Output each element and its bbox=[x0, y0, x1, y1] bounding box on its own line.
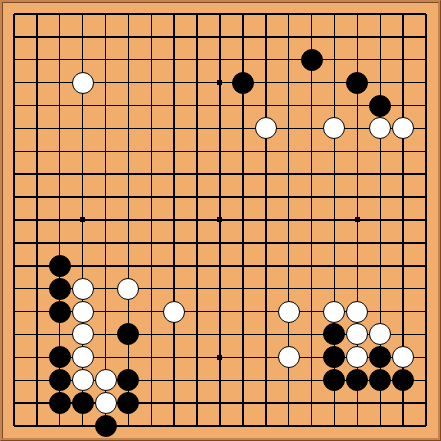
intersection-S8[interactable] bbox=[392, 254, 415, 277]
intersection-G4[interactable] bbox=[140, 346, 163, 369]
intersection-P11[interactable] bbox=[323, 186, 346, 209]
intersection-G5[interactable] bbox=[140, 323, 163, 346]
intersection-O19[interactable] bbox=[300, 3, 323, 26]
intersection-N6[interactable] bbox=[277, 300, 300, 323]
intersection-H6[interactable] bbox=[163, 300, 186, 323]
intersection-A8[interactable] bbox=[3, 254, 26, 277]
intersection-R12[interactable] bbox=[369, 163, 392, 186]
intersection-J7[interactable] bbox=[186, 277, 209, 300]
intersection-S5[interactable] bbox=[392, 323, 415, 346]
intersection-L13[interactable] bbox=[231, 140, 254, 163]
intersection-L11[interactable] bbox=[231, 186, 254, 209]
intersection-O12[interactable] bbox=[300, 163, 323, 186]
intersection-J1[interactable] bbox=[186, 415, 209, 438]
intersection-B12[interactable] bbox=[25, 163, 48, 186]
intersection-Q5[interactable] bbox=[346, 323, 369, 346]
intersection-H7[interactable] bbox=[163, 277, 186, 300]
intersection-A15[interactable] bbox=[3, 94, 26, 117]
intersection-L3[interactable] bbox=[231, 369, 254, 392]
intersection-R19[interactable] bbox=[369, 3, 392, 26]
intersection-E11[interactable] bbox=[94, 186, 117, 209]
intersection-H3[interactable] bbox=[163, 369, 186, 392]
intersection-T13[interactable] bbox=[415, 140, 438, 163]
intersection-A2[interactable] bbox=[3, 392, 26, 415]
intersection-D15[interactable] bbox=[71, 94, 94, 117]
intersection-A6[interactable] bbox=[3, 300, 26, 323]
intersection-D17[interactable] bbox=[71, 48, 94, 71]
intersection-G12[interactable] bbox=[140, 163, 163, 186]
intersection-S9[interactable] bbox=[392, 231, 415, 254]
intersection-E16[interactable] bbox=[94, 71, 117, 94]
intersection-F16[interactable] bbox=[117, 71, 140, 94]
intersection-R14[interactable] bbox=[369, 117, 392, 140]
intersection-L9[interactable] bbox=[231, 231, 254, 254]
intersection-K8[interactable] bbox=[209, 254, 232, 277]
intersection-K5[interactable] bbox=[209, 323, 232, 346]
intersection-S1[interactable] bbox=[392, 415, 415, 438]
intersection-H17[interactable] bbox=[163, 48, 186, 71]
intersection-D18[interactable] bbox=[71, 25, 94, 48]
intersection-F6[interactable] bbox=[117, 300, 140, 323]
intersection-F10[interactable] bbox=[117, 209, 140, 232]
intersection-J15[interactable] bbox=[186, 94, 209, 117]
intersection-S6[interactable] bbox=[392, 300, 415, 323]
intersection-C12[interactable] bbox=[48, 163, 71, 186]
intersection-L19[interactable] bbox=[231, 3, 254, 26]
intersection-O2[interactable] bbox=[300, 392, 323, 415]
intersection-D3[interactable] bbox=[71, 369, 94, 392]
intersection-O17[interactable] bbox=[300, 48, 323, 71]
intersection-J5[interactable] bbox=[186, 323, 209, 346]
intersection-Q18[interactable] bbox=[346, 25, 369, 48]
intersection-H12[interactable] bbox=[163, 163, 186, 186]
intersection-E4[interactable] bbox=[94, 346, 117, 369]
intersection-P7[interactable] bbox=[323, 277, 346, 300]
intersection-A17[interactable] bbox=[3, 48, 26, 71]
intersection-C9[interactable] bbox=[48, 231, 71, 254]
intersection-S17[interactable] bbox=[392, 48, 415, 71]
intersection-S12[interactable] bbox=[392, 163, 415, 186]
intersection-A7[interactable] bbox=[3, 277, 26, 300]
intersection-D1[interactable] bbox=[71, 415, 94, 438]
intersection-O9[interactable] bbox=[300, 231, 323, 254]
intersection-G1[interactable] bbox=[140, 415, 163, 438]
intersection-Q16[interactable] bbox=[346, 71, 369, 94]
intersection-P6[interactable] bbox=[323, 300, 346, 323]
intersection-D10[interactable] bbox=[71, 209, 94, 232]
intersection-R15[interactable] bbox=[369, 94, 392, 117]
intersection-K1[interactable] bbox=[209, 415, 232, 438]
intersection-R9[interactable] bbox=[369, 231, 392, 254]
intersection-J17[interactable] bbox=[186, 48, 209, 71]
intersection-R18[interactable] bbox=[369, 25, 392, 48]
intersection-T4[interactable] bbox=[415, 346, 438, 369]
intersection-Q17[interactable] bbox=[346, 48, 369, 71]
intersection-N13[interactable] bbox=[277, 140, 300, 163]
intersection-M3[interactable] bbox=[254, 369, 277, 392]
intersection-G11[interactable] bbox=[140, 186, 163, 209]
intersection-Q12[interactable] bbox=[346, 163, 369, 186]
intersection-S14[interactable] bbox=[392, 117, 415, 140]
intersection-E13[interactable] bbox=[94, 140, 117, 163]
intersection-O15[interactable] bbox=[300, 94, 323, 117]
intersection-F7[interactable] bbox=[117, 277, 140, 300]
intersection-K10[interactable] bbox=[209, 209, 232, 232]
intersection-N15[interactable] bbox=[277, 94, 300, 117]
intersection-A9[interactable] bbox=[3, 231, 26, 254]
intersection-E9[interactable] bbox=[94, 231, 117, 254]
intersection-E3[interactable] bbox=[94, 369, 117, 392]
intersection-H1[interactable] bbox=[163, 415, 186, 438]
intersection-J18[interactable] bbox=[186, 25, 209, 48]
intersection-S3[interactable] bbox=[392, 369, 415, 392]
intersection-O13[interactable] bbox=[300, 140, 323, 163]
intersection-P4[interactable] bbox=[323, 346, 346, 369]
intersection-H10[interactable] bbox=[163, 209, 186, 232]
intersection-G7[interactable] bbox=[140, 277, 163, 300]
intersection-F11[interactable] bbox=[117, 186, 140, 209]
intersection-H5[interactable] bbox=[163, 323, 186, 346]
intersection-L16[interactable] bbox=[231, 71, 254, 94]
intersection-C14[interactable] bbox=[48, 117, 71, 140]
intersection-K14[interactable] bbox=[209, 117, 232, 140]
intersection-N11[interactable] bbox=[277, 186, 300, 209]
intersection-G13[interactable] bbox=[140, 140, 163, 163]
intersection-S18[interactable] bbox=[392, 25, 415, 48]
intersection-F19[interactable] bbox=[117, 3, 140, 26]
intersection-L17[interactable] bbox=[231, 48, 254, 71]
intersection-O14[interactable] bbox=[300, 117, 323, 140]
intersection-C5[interactable] bbox=[48, 323, 71, 346]
intersection-G14[interactable] bbox=[140, 117, 163, 140]
intersection-R17[interactable] bbox=[369, 48, 392, 71]
intersection-B4[interactable] bbox=[25, 346, 48, 369]
intersection-B17[interactable] bbox=[25, 48, 48, 71]
intersection-G9[interactable] bbox=[140, 231, 163, 254]
intersection-Q6[interactable] bbox=[346, 300, 369, 323]
intersection-B1[interactable] bbox=[25, 415, 48, 438]
intersection-E17[interactable] bbox=[94, 48, 117, 71]
intersection-C2[interactable] bbox=[48, 392, 71, 415]
intersection-P16[interactable] bbox=[323, 71, 346, 94]
intersection-Q8[interactable] bbox=[346, 254, 369, 277]
intersection-R4[interactable] bbox=[369, 346, 392, 369]
intersection-T9[interactable] bbox=[415, 231, 438, 254]
intersection-A13[interactable] bbox=[3, 140, 26, 163]
intersection-M12[interactable] bbox=[254, 163, 277, 186]
intersection-A16[interactable] bbox=[3, 71, 26, 94]
intersection-O4[interactable] bbox=[300, 346, 323, 369]
intersection-D5[interactable] bbox=[71, 323, 94, 346]
intersection-R2[interactable] bbox=[369, 392, 392, 415]
intersection-A5[interactable] bbox=[3, 323, 26, 346]
intersection-K9[interactable] bbox=[209, 231, 232, 254]
intersection-S16[interactable] bbox=[392, 71, 415, 94]
intersection-F15[interactable] bbox=[117, 94, 140, 117]
intersection-O8[interactable] bbox=[300, 254, 323, 277]
intersection-N4[interactable] bbox=[277, 346, 300, 369]
intersection-G8[interactable] bbox=[140, 254, 163, 277]
intersection-T5[interactable] bbox=[415, 323, 438, 346]
intersection-H14[interactable] bbox=[163, 117, 186, 140]
intersection-T16[interactable] bbox=[415, 71, 438, 94]
intersection-L15[interactable] bbox=[231, 94, 254, 117]
intersection-B18[interactable] bbox=[25, 25, 48, 48]
intersection-R10[interactable] bbox=[369, 209, 392, 232]
intersection-B19[interactable] bbox=[25, 3, 48, 26]
intersection-H9[interactable] bbox=[163, 231, 186, 254]
intersection-N14[interactable] bbox=[277, 117, 300, 140]
intersection-K17[interactable] bbox=[209, 48, 232, 71]
intersection-Q15[interactable] bbox=[346, 94, 369, 117]
intersection-N19[interactable] bbox=[277, 3, 300, 26]
intersection-E7[interactable] bbox=[94, 277, 117, 300]
intersection-C15[interactable] bbox=[48, 94, 71, 117]
intersection-B15[interactable] bbox=[25, 94, 48, 117]
intersection-O7[interactable] bbox=[300, 277, 323, 300]
intersection-G16[interactable] bbox=[140, 71, 163, 94]
intersection-S15[interactable] bbox=[392, 94, 415, 117]
intersection-N3[interactable] bbox=[277, 369, 300, 392]
intersection-H8[interactable] bbox=[163, 254, 186, 277]
intersection-R1[interactable] bbox=[369, 415, 392, 438]
intersection-R5[interactable] bbox=[369, 323, 392, 346]
intersection-B11[interactable] bbox=[25, 186, 48, 209]
intersection-R3[interactable] bbox=[369, 369, 392, 392]
intersection-P2[interactable] bbox=[323, 392, 346, 415]
intersection-M6[interactable] bbox=[254, 300, 277, 323]
intersection-N9[interactable] bbox=[277, 231, 300, 254]
intersection-K15[interactable] bbox=[209, 94, 232, 117]
intersection-P1[interactable] bbox=[323, 415, 346, 438]
intersection-N1[interactable] bbox=[277, 415, 300, 438]
intersection-A14[interactable] bbox=[3, 117, 26, 140]
intersection-L8[interactable] bbox=[231, 254, 254, 277]
intersection-H11[interactable] bbox=[163, 186, 186, 209]
intersection-R7[interactable] bbox=[369, 277, 392, 300]
intersection-T8[interactable] bbox=[415, 254, 438, 277]
intersection-G18[interactable] bbox=[140, 25, 163, 48]
intersection-D6[interactable] bbox=[71, 300, 94, 323]
intersection-B2[interactable] bbox=[25, 392, 48, 415]
intersection-N17[interactable] bbox=[277, 48, 300, 71]
intersection-P17[interactable] bbox=[323, 48, 346, 71]
intersection-B14[interactable] bbox=[25, 117, 48, 140]
intersection-F14[interactable] bbox=[117, 117, 140, 140]
intersection-B3[interactable] bbox=[25, 369, 48, 392]
intersection-L5[interactable] bbox=[231, 323, 254, 346]
intersection-M4[interactable] bbox=[254, 346, 277, 369]
intersection-P10[interactable] bbox=[323, 209, 346, 232]
intersection-P3[interactable] bbox=[323, 369, 346, 392]
intersection-R6[interactable] bbox=[369, 300, 392, 323]
intersection-E18[interactable] bbox=[94, 25, 117, 48]
intersection-S10[interactable] bbox=[392, 209, 415, 232]
intersection-M19[interactable] bbox=[254, 3, 277, 26]
intersection-J2[interactable] bbox=[186, 392, 209, 415]
intersection-L12[interactable] bbox=[231, 163, 254, 186]
intersection-A19[interactable] bbox=[3, 3, 26, 26]
intersection-E14[interactable] bbox=[94, 117, 117, 140]
intersection-C18[interactable] bbox=[48, 25, 71, 48]
intersection-F5[interactable] bbox=[117, 323, 140, 346]
intersection-N12[interactable] bbox=[277, 163, 300, 186]
intersection-M11[interactable] bbox=[254, 186, 277, 209]
intersection-Q19[interactable] bbox=[346, 3, 369, 26]
intersection-K11[interactable] bbox=[209, 186, 232, 209]
intersection-H4[interactable] bbox=[163, 346, 186, 369]
intersection-S2[interactable] bbox=[392, 392, 415, 415]
intersection-A12[interactable] bbox=[3, 163, 26, 186]
intersection-M18[interactable] bbox=[254, 25, 277, 48]
intersection-G17[interactable] bbox=[140, 48, 163, 71]
intersection-R13[interactable] bbox=[369, 140, 392, 163]
intersection-M7[interactable] bbox=[254, 277, 277, 300]
intersection-D9[interactable] bbox=[71, 231, 94, 254]
intersection-P8[interactable] bbox=[323, 254, 346, 277]
intersection-Q9[interactable] bbox=[346, 231, 369, 254]
intersection-L14[interactable] bbox=[231, 117, 254, 140]
intersection-K3[interactable] bbox=[209, 369, 232, 392]
intersection-F9[interactable] bbox=[117, 231, 140, 254]
intersection-C1[interactable] bbox=[48, 415, 71, 438]
intersection-N10[interactable] bbox=[277, 209, 300, 232]
intersection-D8[interactable] bbox=[71, 254, 94, 277]
intersection-J12[interactable] bbox=[186, 163, 209, 186]
intersection-P13[interactable] bbox=[323, 140, 346, 163]
intersection-E19[interactable] bbox=[94, 3, 117, 26]
intersection-L2[interactable] bbox=[231, 392, 254, 415]
intersection-G6[interactable] bbox=[140, 300, 163, 323]
intersection-E1[interactable] bbox=[94, 415, 117, 438]
intersection-J19[interactable] bbox=[186, 3, 209, 26]
intersection-M8[interactable] bbox=[254, 254, 277, 277]
intersection-D7[interactable] bbox=[71, 277, 94, 300]
intersection-J6[interactable] bbox=[186, 300, 209, 323]
intersection-S19[interactable] bbox=[392, 3, 415, 26]
intersection-S7[interactable] bbox=[392, 277, 415, 300]
intersection-E12[interactable] bbox=[94, 163, 117, 186]
intersection-T19[interactable] bbox=[415, 3, 438, 26]
intersection-H18[interactable] bbox=[163, 25, 186, 48]
intersection-N16[interactable] bbox=[277, 71, 300, 94]
intersection-L4[interactable] bbox=[231, 346, 254, 369]
intersection-R11[interactable] bbox=[369, 186, 392, 209]
intersection-H2[interactable] bbox=[163, 392, 186, 415]
intersection-T1[interactable] bbox=[415, 415, 438, 438]
intersection-T3[interactable] bbox=[415, 369, 438, 392]
intersection-B13[interactable] bbox=[25, 140, 48, 163]
intersection-D19[interactable] bbox=[71, 3, 94, 26]
intersection-F13[interactable] bbox=[117, 140, 140, 163]
intersection-A1[interactable] bbox=[3, 415, 26, 438]
intersection-K12[interactable] bbox=[209, 163, 232, 186]
intersection-J9[interactable] bbox=[186, 231, 209, 254]
intersection-J4[interactable] bbox=[186, 346, 209, 369]
intersection-C8[interactable] bbox=[48, 254, 71, 277]
intersection-T11[interactable] bbox=[415, 186, 438, 209]
intersection-C6[interactable] bbox=[48, 300, 71, 323]
intersection-F8[interactable] bbox=[117, 254, 140, 277]
intersection-E6[interactable] bbox=[94, 300, 117, 323]
intersection-D4[interactable] bbox=[71, 346, 94, 369]
intersection-B9[interactable] bbox=[25, 231, 48, 254]
intersection-Q7[interactable] bbox=[346, 277, 369, 300]
intersection-M10[interactable] bbox=[254, 209, 277, 232]
intersection-J14[interactable] bbox=[186, 117, 209, 140]
intersection-K18[interactable] bbox=[209, 25, 232, 48]
intersection-G15[interactable] bbox=[140, 94, 163, 117]
intersection-F12[interactable] bbox=[117, 163, 140, 186]
intersection-M13[interactable] bbox=[254, 140, 277, 163]
intersection-L6[interactable] bbox=[231, 300, 254, 323]
intersection-L1[interactable] bbox=[231, 415, 254, 438]
intersection-K6[interactable] bbox=[209, 300, 232, 323]
intersection-F17[interactable] bbox=[117, 48, 140, 71]
intersection-L10[interactable] bbox=[231, 209, 254, 232]
intersection-C13[interactable] bbox=[48, 140, 71, 163]
intersection-A18[interactable] bbox=[3, 25, 26, 48]
intersection-O3[interactable] bbox=[300, 369, 323, 392]
intersection-P5[interactable] bbox=[323, 323, 346, 346]
intersection-K16[interactable] bbox=[209, 71, 232, 94]
intersection-J13[interactable] bbox=[186, 140, 209, 163]
intersection-D14[interactable] bbox=[71, 117, 94, 140]
intersection-C3[interactable] bbox=[48, 369, 71, 392]
intersection-Q2[interactable] bbox=[346, 392, 369, 415]
intersection-Q4[interactable] bbox=[346, 346, 369, 369]
intersection-J16[interactable] bbox=[186, 71, 209, 94]
intersection-B5[interactable] bbox=[25, 323, 48, 346]
intersection-T18[interactable] bbox=[415, 25, 438, 48]
intersection-T12[interactable] bbox=[415, 163, 438, 186]
intersection-P19[interactable] bbox=[323, 3, 346, 26]
intersection-C4[interactable] bbox=[48, 346, 71, 369]
intersection-Q3[interactable] bbox=[346, 369, 369, 392]
intersection-J8[interactable] bbox=[186, 254, 209, 277]
intersection-Q10[interactable] bbox=[346, 209, 369, 232]
intersection-S4[interactable] bbox=[392, 346, 415, 369]
intersection-D2[interactable] bbox=[71, 392, 94, 415]
intersection-D13[interactable] bbox=[71, 140, 94, 163]
intersection-C19[interactable] bbox=[48, 3, 71, 26]
intersection-O5[interactable] bbox=[300, 323, 323, 346]
intersection-G19[interactable] bbox=[140, 3, 163, 26]
intersection-M17[interactable] bbox=[254, 48, 277, 71]
intersection-E5[interactable] bbox=[94, 323, 117, 346]
intersection-H13[interactable] bbox=[163, 140, 186, 163]
intersection-D16[interactable] bbox=[71, 71, 94, 94]
intersection-P12[interactable] bbox=[323, 163, 346, 186]
intersection-K4[interactable] bbox=[209, 346, 232, 369]
intersection-T7[interactable] bbox=[415, 277, 438, 300]
intersection-S13[interactable] bbox=[392, 140, 415, 163]
intersection-N2[interactable] bbox=[277, 392, 300, 415]
intersection-H16[interactable] bbox=[163, 71, 186, 94]
intersection-T10[interactable] bbox=[415, 209, 438, 232]
intersection-K19[interactable] bbox=[209, 3, 232, 26]
intersection-K7[interactable] bbox=[209, 277, 232, 300]
intersection-N18[interactable] bbox=[277, 25, 300, 48]
intersection-T14[interactable] bbox=[415, 117, 438, 140]
intersection-L18[interactable] bbox=[231, 25, 254, 48]
intersection-E15[interactable] bbox=[94, 94, 117, 117]
intersection-O1[interactable] bbox=[300, 415, 323, 438]
intersection-B16[interactable] bbox=[25, 71, 48, 94]
intersection-T17[interactable] bbox=[415, 48, 438, 71]
intersection-C11[interactable] bbox=[48, 186, 71, 209]
intersection-R8[interactable] bbox=[369, 254, 392, 277]
